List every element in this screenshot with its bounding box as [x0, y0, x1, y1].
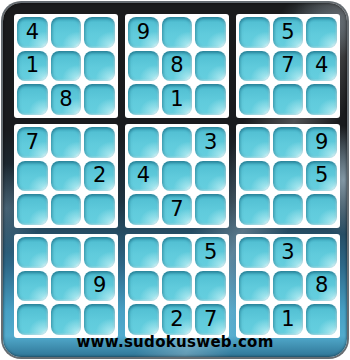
cell-r2c8[interactable]: 7: [273, 51, 304, 82]
cell-r6c7[interactable]: [239, 194, 270, 225]
cell-r5c1[interactable]: [17, 161, 48, 192]
cell-r3c1[interactable]: [17, 84, 48, 115]
cell-r1c3[interactable]: [84, 17, 115, 48]
block-r3c3: 381: [236, 234, 340, 338]
cell-r1c4[interactable]: 9: [128, 17, 159, 48]
block-r2c2: 347: [125, 124, 229, 228]
cell-r9c9[interactable]: [306, 304, 337, 335]
cell-r1c2[interactable]: [51, 17, 82, 48]
cell-r1c6[interactable]: [195, 17, 226, 48]
cell-r8c8[interactable]: [273, 271, 304, 302]
cell-r2c1[interactable]: 1: [17, 51, 48, 82]
cell-r1c8[interactable]: 5: [273, 17, 304, 48]
cell-r9c1[interactable]: [17, 304, 48, 335]
block-r1c1: 418: [14, 14, 118, 118]
cell-r6c4[interactable]: [128, 194, 159, 225]
cell-r5c5[interactable]: [162, 161, 193, 192]
cell-r8c5[interactable]: [162, 271, 193, 302]
cell-r3c3[interactable]: [84, 84, 115, 115]
cell-r7c1[interactable]: [17, 237, 48, 268]
cell-r6c3[interactable]: [84, 194, 115, 225]
sudoku-widget: 41898157472347959527381 www.sudokusweb.c…: [0, 0, 350, 360]
cell-r7c5[interactable]: [162, 237, 193, 268]
cell-r6c6[interactable]: [195, 194, 226, 225]
cell-r4c8[interactable]: [273, 127, 304, 158]
block-r1c2: 981: [125, 14, 229, 118]
cell-r9c2[interactable]: [51, 304, 82, 335]
cell-r5c8[interactable]: [273, 161, 304, 192]
cell-r1c5[interactable]: [162, 17, 193, 48]
cell-r4c4[interactable]: [128, 127, 159, 158]
cell-r7c6[interactable]: 5: [195, 237, 226, 268]
cell-r8c4[interactable]: [128, 271, 159, 302]
cell-r8c6[interactable]: [195, 271, 226, 302]
cell-r9c7[interactable]: [239, 304, 270, 335]
cell-r5c2[interactable]: [51, 161, 82, 192]
cell-r1c9[interactable]: [306, 17, 337, 48]
cell-r9c8[interactable]: 1: [273, 304, 304, 335]
cell-r4c6[interactable]: 3: [195, 127, 226, 158]
sudoku-board: 41898157472347959527381: [14, 14, 340, 338]
cell-r6c8[interactable]: [273, 194, 304, 225]
cell-r6c1[interactable]: [17, 194, 48, 225]
cell-r7c2[interactable]: [51, 237, 82, 268]
block-r3c2: 527: [125, 234, 229, 338]
cell-r6c9[interactable]: [306, 194, 337, 225]
cell-r3c8[interactable]: [273, 84, 304, 115]
cell-r7c8[interactable]: 3: [273, 237, 304, 268]
cell-r4c1[interactable]: 7: [17, 127, 48, 158]
cell-r8c2[interactable]: [51, 271, 82, 302]
cell-r4c3[interactable]: [84, 127, 115, 158]
cell-r3c4[interactable]: [128, 84, 159, 115]
cell-r8c9[interactable]: 8: [306, 271, 337, 302]
cell-r8c1[interactable]: [17, 271, 48, 302]
block-r2c3: 95: [236, 124, 340, 228]
cell-r9c5[interactable]: 2: [162, 304, 193, 335]
block-r1c3: 574: [236, 14, 340, 118]
cell-r4c5[interactable]: [162, 127, 193, 158]
cell-r9c4[interactable]: [128, 304, 159, 335]
site-url-link[interactable]: www.sudokusweb.com: [0, 333, 350, 351]
cell-r5c9[interactable]: 5: [306, 161, 337, 192]
cell-r6c2[interactable]: [51, 194, 82, 225]
cell-r9c6[interactable]: 7: [195, 304, 226, 335]
cell-r5c7[interactable]: [239, 161, 270, 192]
cell-r2c7[interactable]: [239, 51, 270, 82]
cell-r4c7[interactable]: [239, 127, 270, 158]
cell-r9c3[interactable]: [84, 304, 115, 335]
cell-r8c7[interactable]: [239, 271, 270, 302]
cell-r5c3[interactable]: 2: [84, 161, 115, 192]
cell-r4c2[interactable]: [51, 127, 82, 158]
cell-r5c4[interactable]: 4: [128, 161, 159, 192]
cell-r6c5[interactable]: 7: [162, 194, 193, 225]
cell-r3c5[interactable]: 1: [162, 84, 193, 115]
cell-r3c7[interactable]: [239, 84, 270, 115]
block-r3c1: 9: [14, 234, 118, 338]
cell-r2c5[interactable]: 8: [162, 51, 193, 82]
block-r2c1: 72: [14, 124, 118, 228]
cell-r2c2[interactable]: [51, 51, 82, 82]
cell-r2c4[interactable]: [128, 51, 159, 82]
cell-r7c4[interactable]: [128, 237, 159, 268]
cell-r3c6[interactable]: [195, 84, 226, 115]
cell-r2c3[interactable]: [84, 51, 115, 82]
cell-r1c1[interactable]: 4: [17, 17, 48, 48]
cell-r3c9[interactable]: [306, 84, 337, 115]
cell-r1c7[interactable]: [239, 17, 270, 48]
cell-r2c9[interactable]: 4: [306, 51, 337, 82]
cell-r7c3[interactable]: [84, 237, 115, 268]
cell-r3c2[interactable]: 8: [51, 84, 82, 115]
cell-r7c9[interactable]: [306, 237, 337, 268]
cell-r4c9[interactable]: 9: [306, 127, 337, 158]
cell-r5c6[interactable]: [195, 161, 226, 192]
cell-r2c6[interactable]: [195, 51, 226, 82]
cell-r7c7[interactable]: [239, 237, 270, 268]
cell-r8c3[interactable]: 9: [84, 271, 115, 302]
